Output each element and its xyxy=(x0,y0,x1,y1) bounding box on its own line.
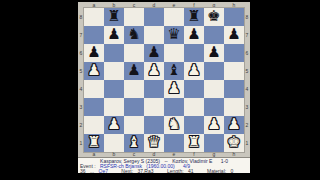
square-a1[interactable]: ♜ xyxy=(84,134,104,152)
status-line: 36 ... Qe7 Next: 37.Ra3 Length: 41 Mater… xyxy=(78,169,250,173)
file-label-e: e xyxy=(164,3,184,7)
rank-label-8: 8 xyxy=(244,8,250,26)
square-f4[interactable] xyxy=(184,80,204,98)
square-b1[interactable] xyxy=(104,134,124,152)
piece-black-rook[interactable]: ♜ xyxy=(104,8,124,26)
piece-black-queen[interactable]: ♛ xyxy=(164,26,184,44)
square-e4[interactable]: ♟ xyxy=(164,80,184,98)
piece-black-pawn[interactable]: ♟ xyxy=(224,26,244,44)
square-g8[interactable]: ♚ xyxy=(204,8,224,26)
piece-black-king[interactable]: ♚ xyxy=(204,8,224,26)
square-h7[interactable]: ♟ xyxy=(224,26,244,44)
piece-white-pawn[interactable]: ♟ xyxy=(144,62,164,80)
rank-label-2: 2 xyxy=(244,116,250,134)
piece-white-pawn[interactable]: ♟ xyxy=(184,62,204,80)
square-a2[interactable] xyxy=(84,116,104,134)
material-label: Material: xyxy=(207,169,226,173)
file-label-a: a xyxy=(84,3,104,7)
move-number: 36 xyxy=(80,169,86,173)
piece-black-pawn[interactable]: ♟ xyxy=(204,44,224,62)
chess-board[interactable]: ♜♜♚♟♞♛♟♟♟♟♟♟♟♟♝♟♟♟♞♟♟♜♝♛♜♚ xyxy=(84,8,244,152)
material-value: 0 xyxy=(231,169,234,173)
square-e8[interactable] xyxy=(164,8,184,26)
square-b4[interactable] xyxy=(104,80,124,98)
piece-black-pawn[interactable]: ♟ xyxy=(184,26,204,44)
square-d5[interactable]: ♟ xyxy=(144,62,164,80)
square-f6[interactable] xyxy=(184,44,204,62)
file-label-a: a xyxy=(84,152,104,156)
square-c1[interactable]: ♝ xyxy=(124,134,144,152)
length-value: 41 xyxy=(188,169,194,173)
square-d4[interactable] xyxy=(144,80,164,98)
next-label: Next: xyxy=(121,169,133,173)
piece-white-rook[interactable]: ♜ xyxy=(184,134,204,152)
square-b2[interactable]: ♟ xyxy=(104,116,124,134)
square-a6[interactable]: ♟ xyxy=(84,44,104,62)
square-h3[interactable] xyxy=(224,98,244,116)
last-move[interactable]: Qe7 xyxy=(99,169,108,173)
square-g4[interactable] xyxy=(204,80,224,98)
file-label-h: h xyxy=(224,152,244,156)
square-e6[interactable] xyxy=(164,44,184,62)
square-e3[interactable] xyxy=(164,98,184,116)
square-b8[interactable]: ♜ xyxy=(104,8,124,26)
square-e7[interactable]: ♛ xyxy=(164,26,184,44)
piece-white-rook[interactable]: ♜ xyxy=(84,134,104,152)
square-h6[interactable] xyxy=(224,44,244,62)
piece-white-pawn[interactable]: ♟ xyxy=(164,80,184,98)
square-a8[interactable] xyxy=(84,8,104,26)
square-c6[interactable] xyxy=(124,44,144,62)
file-label-g: g xyxy=(204,152,224,156)
piece-black-bishop[interactable]: ♝ xyxy=(164,62,184,80)
square-h5[interactable] xyxy=(224,62,244,80)
square-c4[interactable] xyxy=(124,80,144,98)
piece-white-pawn[interactable]: ♟ xyxy=(204,116,224,134)
square-c8[interactable] xyxy=(124,8,144,26)
square-a7[interactable] xyxy=(84,26,104,44)
square-d7[interactable] xyxy=(144,26,164,44)
piece-black-pawn[interactable]: ♟ xyxy=(124,62,144,80)
piece-black-knight[interactable]: ♞ xyxy=(124,26,144,44)
rank-labels-right: 87654321 xyxy=(244,8,250,152)
square-f2[interactable] xyxy=(184,116,204,134)
piece-white-pawn[interactable]: ♟ xyxy=(104,116,124,134)
square-e2[interactable]: ♞ xyxy=(164,116,184,134)
piece-black-pawn[interactable]: ♟ xyxy=(144,44,164,62)
square-d1[interactable]: ♛ xyxy=(144,134,164,152)
square-f1[interactable]: ♜ xyxy=(184,134,204,152)
square-h1[interactable]: ♚ xyxy=(224,134,244,152)
square-e1[interactable] xyxy=(164,134,184,152)
square-e5[interactable]: ♝ xyxy=(164,62,184,80)
square-h8[interactable] xyxy=(224,8,244,26)
file-label-h: h xyxy=(224,3,244,7)
square-f3[interactable] xyxy=(184,98,204,116)
piece-white-queen[interactable]: ♛ xyxy=(144,134,164,152)
piece-white-bishop[interactable]: ♝ xyxy=(124,134,144,152)
game-info-caption: Kasparov, Sergey S (2305) -- Kozlov, Vla… xyxy=(78,157,250,173)
rank-label-1: 1 xyxy=(244,134,250,152)
file-label-f: f xyxy=(184,152,204,156)
square-d3[interactable] xyxy=(144,98,164,116)
square-h4[interactable] xyxy=(224,80,244,98)
file-label-c: c xyxy=(124,3,144,7)
file-label-e: e xyxy=(164,152,184,156)
length-label: Length: xyxy=(167,169,184,173)
file-label-d: d xyxy=(144,152,164,156)
square-c2[interactable] xyxy=(124,116,144,134)
square-g1[interactable] xyxy=(204,134,224,152)
square-g6[interactable]: ♟ xyxy=(204,44,224,62)
square-d8[interactable] xyxy=(144,8,164,26)
piece-white-pawn[interactable]: ♟ xyxy=(224,116,244,134)
file-labels-bottom: abcdefgh xyxy=(84,152,244,156)
piece-white-king[interactable]: ♚ xyxy=(224,134,244,152)
square-g7[interactable] xyxy=(204,26,224,44)
square-h2[interactable]: ♟ xyxy=(224,116,244,134)
rank-label-4: 4 xyxy=(244,80,250,98)
square-a4[interactable] xyxy=(84,80,104,98)
file-label-d: d xyxy=(144,3,164,7)
piece-white-pawn[interactable]: ♟ xyxy=(84,62,104,80)
square-d2[interactable] xyxy=(144,116,164,134)
piece-white-knight[interactable]: ♞ xyxy=(164,116,184,134)
square-b5[interactable] xyxy=(104,62,124,80)
square-g3[interactable] xyxy=(204,98,224,116)
square-c5[interactable]: ♟ xyxy=(124,62,144,80)
piece-black-pawn[interactable]: ♟ xyxy=(84,44,104,62)
square-f7[interactable]: ♟ xyxy=(184,26,204,44)
square-b7[interactable]: ♟ xyxy=(104,26,124,44)
rank-label-3: 3 xyxy=(244,98,250,116)
square-b3[interactable] xyxy=(104,98,124,116)
rank-label-7: 7 xyxy=(244,26,250,44)
square-d6[interactable]: ♟ xyxy=(144,44,164,62)
square-g5[interactable] xyxy=(204,62,224,80)
file-label-c: c xyxy=(124,152,144,156)
game-result: 1-0 xyxy=(221,159,228,164)
square-f5[interactable]: ♟ xyxy=(184,62,204,80)
square-c7[interactable]: ♞ xyxy=(124,26,144,44)
square-b6[interactable] xyxy=(104,44,124,62)
next-move[interactable]: 37.Ra3 xyxy=(137,169,153,173)
piece-black-rook[interactable]: ♜ xyxy=(184,8,204,26)
chess-app-panel: abcdefgh 87654321 ♜♜♚♟♞♛♟♟♟♟♟♟♟♟♝♟♟♟♞♟♟♜… xyxy=(78,2,250,172)
square-g2[interactable]: ♟ xyxy=(204,116,224,134)
move-ellipsis: ... xyxy=(90,169,94,173)
piece-black-pawn[interactable]: ♟ xyxy=(104,26,124,44)
square-f8[interactable]: ♜ xyxy=(184,8,204,26)
rank-label-6: 6 xyxy=(244,44,250,62)
rank-label-5: 5 xyxy=(244,62,250,80)
file-label-b: b xyxy=(104,152,124,156)
square-a5[interactable]: ♟ xyxy=(84,62,104,80)
square-c3[interactable] xyxy=(124,98,144,116)
square-a3[interactable] xyxy=(84,98,104,116)
